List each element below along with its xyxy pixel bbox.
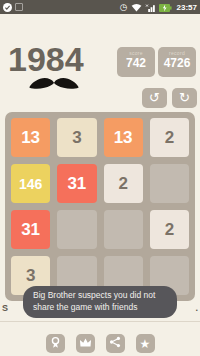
share-icon bbox=[109, 336, 121, 351]
battery-charging-icon bbox=[159, 0, 172, 16]
record-value: 4726 bbox=[164, 56, 191, 71]
wifi-icon bbox=[131, 0, 142, 16]
restart-icon: ↻ bbox=[179, 90, 190, 105]
bottom-divider bbox=[0, 321, 200, 322]
game-title: 1984 bbox=[8, 42, 84, 76]
medal-icon bbox=[49, 336, 62, 352]
score-box: score 742 bbox=[117, 47, 155, 77]
record-box: record 4726 bbox=[158, 47, 196, 77]
restart-button[interactable]: ↻ bbox=[172, 88, 197, 108]
mustache-icon bbox=[28, 76, 80, 95]
tile-2: 2 bbox=[150, 210, 189, 249]
crown-icon bbox=[79, 336, 92, 351]
tile-13: 13 bbox=[104, 118, 143, 157]
tile-2: 2 bbox=[150, 118, 189, 157]
board-grid: 1331321463123123 bbox=[11, 118, 189, 295]
footer-text-fragment-left: S bbox=[2, 303, 8, 313]
share-button[interactable] bbox=[106, 334, 125, 353]
screenshot-icon bbox=[15, 3, 23, 11]
empty-cell bbox=[104, 210, 143, 249]
star-icon: ★ bbox=[140, 338, 151, 350]
rate-button[interactable]: ★ bbox=[136, 334, 155, 353]
undo-button[interactable]: ↺ bbox=[142, 88, 167, 108]
clock-time: 23:57 bbox=[177, 3, 197, 12]
bottom-bar: ★ bbox=[0, 334, 200, 353]
tile-146: 146 bbox=[11, 164, 50, 203]
status-bar: ◷ 23:57 bbox=[0, 0, 200, 14]
status-left-icons bbox=[3, 0, 23, 16]
tile-31: 31 bbox=[11, 210, 50, 249]
tile-31: 31 bbox=[57, 164, 96, 203]
tile-13: 13 bbox=[11, 118, 50, 157]
app-screen: ◷ 23:57 1984 bbox=[0, 0, 200, 356]
check-circle-icon bbox=[3, 0, 12, 16]
status-right-icons: ◷ 23:57 bbox=[120, 0, 197, 16]
toast-message: Big Brother suspects you did not share t… bbox=[23, 286, 177, 318]
footer-text-fragment-right: . bbox=[195, 303, 198, 313]
tile-2: 2 bbox=[104, 164, 143, 203]
signal-icon bbox=[145, 0, 156, 16]
undo-icon: ↺ bbox=[149, 90, 160, 105]
leaderboard-button[interactable] bbox=[76, 334, 95, 353]
tile-3: 3 bbox=[57, 118, 96, 157]
achievements-button[interactable] bbox=[46, 334, 65, 353]
empty-cell bbox=[150, 164, 189, 203]
score-value: 742 bbox=[126, 56, 146, 71]
alarm-icon: ◷ bbox=[120, 3, 128, 12]
game-board[interactable]: 1331321463123123 bbox=[5, 112, 195, 301]
empty-cell bbox=[57, 210, 96, 249]
